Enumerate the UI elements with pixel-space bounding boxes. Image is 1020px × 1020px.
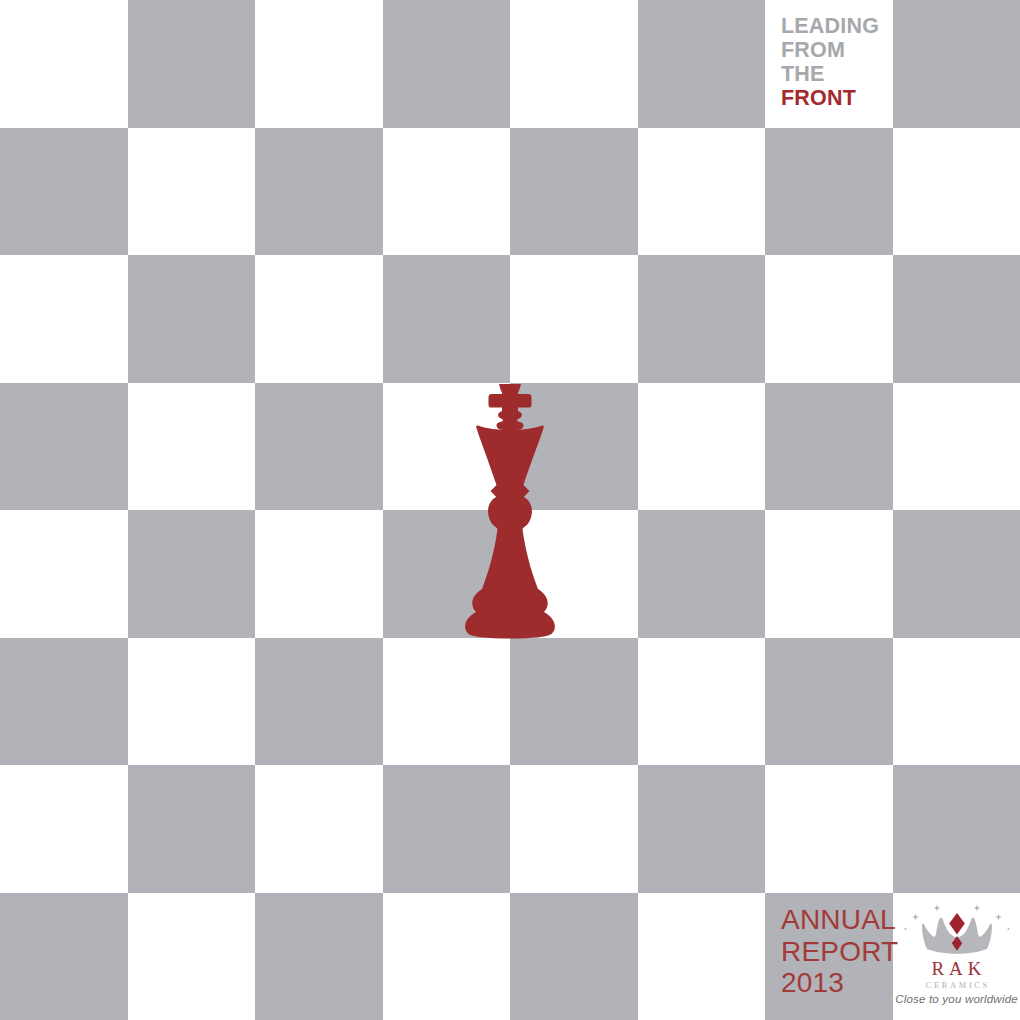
board-square-f6	[638, 255, 766, 383]
report-title-line: REPORT	[781, 936, 893, 968]
board-square-b6	[128, 255, 256, 383]
brand-name: RAK	[893, 958, 1020, 979]
slogan-accent-line: FRONT	[781, 86, 893, 110]
crown-diamond-icon	[949, 913, 965, 935]
board-square-a1	[0, 893, 128, 1020]
board-square-a5	[0, 383, 128, 511]
king-silhouette	[465, 384, 555, 639]
board-square-f3	[638, 638, 766, 766]
board-square-e2	[510, 765, 638, 893]
board-square-f7	[638, 128, 766, 256]
brand-tagline: Close to you worldwide	[893, 993, 1020, 1006]
board-square-a4	[0, 510, 128, 638]
slogan-line: FROM	[781, 38, 893, 62]
brand-subtitle: CERAMICS	[893, 980, 1020, 990]
board-square-c7	[255, 128, 383, 256]
board-square-c1	[255, 893, 383, 1020]
board-square-b3	[128, 638, 256, 766]
report-cover: LEADING FROM THE FRONT ANNUAL REPORT 201…	[0, 0, 1020, 1020]
board-square-g5	[765, 383, 893, 511]
board-square-c6	[255, 255, 383, 383]
sparkle-icon	[933, 905, 939, 911]
board-square-g3	[765, 638, 893, 766]
board-square-c8	[255, 0, 383, 128]
board-square-c3	[255, 638, 383, 766]
board-square-c4	[255, 510, 383, 638]
board-square-h3	[893, 638, 1020, 766]
rak-ceramics-logo: RAK CERAMICS Close to you worldwide	[893, 893, 1020, 1020]
crown-logo-icon	[900, 902, 1014, 960]
board-square-g7	[765, 128, 893, 256]
board-square-f1	[638, 893, 766, 1020]
board-square-a3	[0, 638, 128, 766]
board-square-g4	[765, 510, 893, 638]
slogan-block: LEADING FROM THE FRONT	[781, 14, 893, 110]
board-square-d3	[383, 638, 511, 766]
board-square-f8	[638, 0, 766, 128]
board-square-a8	[0, 0, 128, 128]
board-square-h7	[893, 128, 1020, 256]
board-square-h6	[893, 255, 1020, 383]
board-square-h4	[893, 510, 1020, 638]
board-square-b4	[128, 510, 256, 638]
board-square-e7	[510, 128, 638, 256]
board-square-b8	[128, 0, 256, 128]
slogan-line: THE	[781, 62, 893, 86]
board-square-c2	[255, 765, 383, 893]
board-square-g2	[765, 765, 893, 893]
board-square-a2	[0, 765, 128, 893]
board-square-f5	[638, 383, 766, 511]
board-square-c5	[255, 383, 383, 511]
report-year: 2013	[781, 967, 893, 999]
sparkle-icon	[995, 914, 1001, 920]
sparkle-dot-icon	[904, 928, 906, 930]
board-square-a7	[0, 128, 128, 256]
sparkle-icon	[973, 905, 979, 911]
board-square-g6	[765, 255, 893, 383]
report-title-block: ANNUAL REPORT 2013	[781, 904, 893, 999]
board-square-e3	[510, 638, 638, 766]
sparkle-icon	[912, 914, 918, 920]
board-square-e8	[510, 0, 638, 128]
slogan-line: LEADING	[781, 14, 893, 38]
board-square-d8	[383, 0, 511, 128]
board-square-d1	[383, 893, 511, 1020]
board-square-h2	[893, 765, 1020, 893]
board-square-b1	[128, 893, 256, 1020]
board-square-b2	[128, 765, 256, 893]
board-square-e1	[510, 893, 638, 1020]
board-square-f4	[638, 510, 766, 638]
board-square-b7	[128, 128, 256, 256]
board-square-e6	[510, 255, 638, 383]
board-square-h5	[893, 383, 1020, 511]
red-king-piece	[457, 381, 563, 639]
sparkle-dot-icon	[1007, 928, 1009, 930]
board-square-a6	[0, 255, 128, 383]
board-square-h8	[893, 0, 1020, 128]
board-square-f2	[638, 765, 766, 893]
board-square-d6	[383, 255, 511, 383]
report-title-line: ANNUAL	[781, 904, 893, 936]
board-square-d2	[383, 765, 511, 893]
board-square-b5	[128, 383, 256, 511]
board-square-d7	[383, 128, 511, 256]
